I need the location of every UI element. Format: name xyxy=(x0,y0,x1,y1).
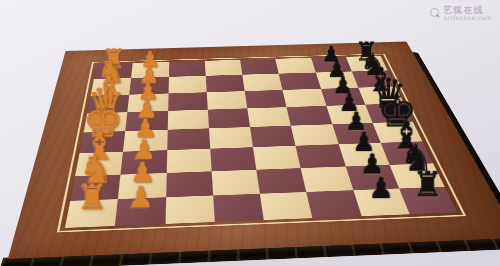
magnifier-icon xyxy=(429,8,440,19)
piece-white-pawn: ♟ xyxy=(127,80,168,121)
watermark: 艺狐在线 artfoxlive.com xyxy=(429,6,492,22)
piece-white-bishop: ♝ xyxy=(89,64,128,103)
piece-white-pawn: ♟ xyxy=(122,118,166,162)
piece-white-pawn: ♟ xyxy=(125,98,167,140)
piece-white-pawn: ♟ xyxy=(129,63,168,102)
piece-black-pawn: ♟ xyxy=(323,58,362,97)
chessboard: ♜♟♟♜♞♟♟♞♝♟♟♝♛♟♟♛♚♟♟♚♝♟♟♝♞♟♟♞♜♟♟♜ xyxy=(8,42,500,259)
watermark-site-url: artfoxlive.com xyxy=(443,15,492,21)
photo-background: ♜♟♟♜♞♟♟♞♝♟♟♝♛♟♟♛♚♟♟♚♝♟♟♝♞♟♟♞♜♟♟♜ 艺狐在线 ar… xyxy=(0,0,500,266)
scene: ♜♟♟♜♞♟♟♞♝♟♟♝♛♟♟♛♚♟♟♚♝♟♟♝♞♟♟♞♜♟♟♜ xyxy=(0,0,500,266)
piece-white-pawn: ♟ xyxy=(117,163,165,211)
piece-black-pawn: ♟ xyxy=(341,111,385,155)
piece-white-bishop: ♝ xyxy=(78,119,122,163)
